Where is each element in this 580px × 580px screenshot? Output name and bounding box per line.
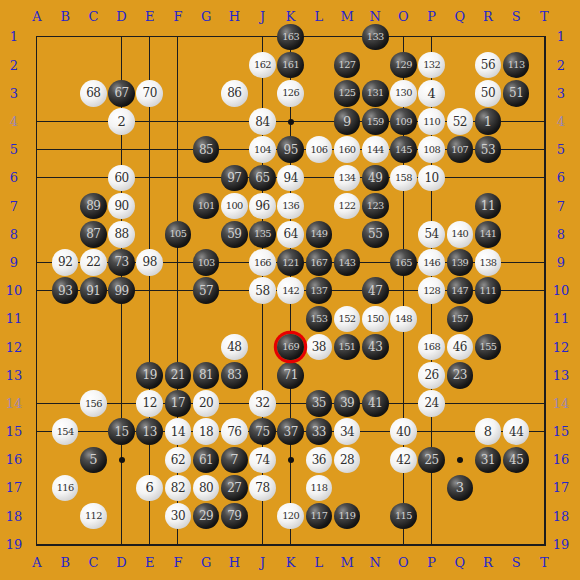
- point-C10[interactable]: 91: [79, 277, 107, 305]
- point-S8[interactable]: [502, 220, 530, 248]
- point-M8[interactable]: [333, 220, 361, 248]
- point-A10[interactable]: [23, 277, 51, 305]
- point-R19[interactable]: [474, 530, 502, 558]
- point-H4[interactable]: [220, 107, 248, 135]
- point-L18[interactable]: 117: [305, 502, 333, 530]
- point-F16[interactable]: 62: [164, 446, 192, 474]
- point-B14[interactable]: [51, 389, 79, 417]
- point-S10[interactable]: [502, 277, 530, 305]
- point-O8[interactable]: [389, 220, 417, 248]
- point-F3[interactable]: [164, 79, 192, 107]
- point-C17[interactable]: [79, 474, 107, 502]
- point-Q4[interactable]: 52: [446, 107, 474, 135]
- point-D12[interactable]: [107, 333, 135, 361]
- point-E8[interactable]: [136, 220, 164, 248]
- point-C16[interactable]: 5: [79, 446, 107, 474]
- point-F6[interactable]: [164, 164, 192, 192]
- point-M15[interactable]: 34: [333, 418, 361, 446]
- point-N6[interactable]: 49: [361, 164, 389, 192]
- point-P10[interactable]: 128: [418, 277, 446, 305]
- point-E10[interactable]: [136, 277, 164, 305]
- point-J7[interactable]: 96: [248, 192, 276, 220]
- point-J12[interactable]: [248, 333, 276, 361]
- point-E11[interactable]: [136, 305, 164, 333]
- point-R8[interactable]: 141: [474, 220, 502, 248]
- point-S16[interactable]: 45: [502, 446, 530, 474]
- point-C8[interactable]: 87: [79, 220, 107, 248]
- point-S19[interactable]: [502, 530, 530, 558]
- point-B11[interactable]: [51, 305, 79, 333]
- point-C15[interactable]: [79, 418, 107, 446]
- point-P19[interactable]: [418, 530, 446, 558]
- point-K9[interactable]: 121: [277, 248, 305, 276]
- point-B17[interactable]: 116: [51, 474, 79, 502]
- point-L1[interactable]: [305, 23, 333, 51]
- point-M4[interactable]: 9: [333, 107, 361, 135]
- point-O1[interactable]: [389, 23, 417, 51]
- point-B12[interactable]: [51, 333, 79, 361]
- point-H5[interactable]: [220, 136, 248, 164]
- point-S5[interactable]: [502, 136, 530, 164]
- point-M14[interactable]: 39: [333, 389, 361, 417]
- point-N8[interactable]: 55: [361, 220, 389, 248]
- point-R18[interactable]: [474, 502, 502, 530]
- point-A7[interactable]: [23, 192, 51, 220]
- point-G15[interactable]: 18: [192, 418, 220, 446]
- point-E2[interactable]: [136, 51, 164, 79]
- point-H7[interactable]: 100: [220, 192, 248, 220]
- point-T13[interactable]: [530, 361, 558, 389]
- point-B8[interactable]: [51, 220, 79, 248]
- point-B6[interactable]: [51, 164, 79, 192]
- point-S3[interactable]: 51: [502, 79, 530, 107]
- point-J6[interactable]: 65: [248, 164, 276, 192]
- point-B4[interactable]: [51, 107, 79, 135]
- point-D18[interactable]: [107, 502, 135, 530]
- point-P4[interactable]: 110: [418, 107, 446, 135]
- point-A1[interactable]: [23, 23, 51, 51]
- point-B9[interactable]: 92: [51, 248, 79, 276]
- point-H8[interactable]: 59: [220, 220, 248, 248]
- point-H15[interactable]: 76: [220, 418, 248, 446]
- point-J17[interactable]: 78: [248, 474, 276, 502]
- point-P14[interactable]: 24: [418, 389, 446, 417]
- point-G1[interactable]: [192, 23, 220, 51]
- point-A16[interactable]: [23, 446, 51, 474]
- point-R9[interactable]: 138: [474, 248, 502, 276]
- point-M18[interactable]: 119: [333, 502, 361, 530]
- point-F15[interactable]: 14: [164, 418, 192, 446]
- point-G10[interactable]: 57: [192, 277, 220, 305]
- point-A15[interactable]: [23, 418, 51, 446]
- point-O16[interactable]: 42: [389, 446, 417, 474]
- point-E1[interactable]: [136, 23, 164, 51]
- point-K16[interactable]: [277, 446, 305, 474]
- point-D17[interactable]: [107, 474, 135, 502]
- point-A4[interactable]: [23, 107, 51, 135]
- point-L11[interactable]: 153: [305, 305, 333, 333]
- point-Q11[interactable]: 157: [446, 305, 474, 333]
- point-A8[interactable]: [23, 220, 51, 248]
- point-K11[interactable]: [277, 305, 305, 333]
- point-N11[interactable]: 150: [361, 305, 389, 333]
- point-C5[interactable]: [79, 136, 107, 164]
- point-S6[interactable]: [502, 164, 530, 192]
- point-J5[interactable]: 104: [248, 136, 276, 164]
- point-B15[interactable]: 154: [51, 418, 79, 446]
- point-D4[interactable]: 2: [107, 107, 135, 135]
- point-F13[interactable]: 21: [164, 361, 192, 389]
- point-C1[interactable]: [79, 23, 107, 51]
- point-E17[interactable]: 6: [136, 474, 164, 502]
- point-N12[interactable]: 43: [361, 333, 389, 361]
- point-M10[interactable]: [333, 277, 361, 305]
- point-R15[interactable]: 8: [474, 418, 502, 446]
- point-A9[interactable]: [23, 248, 51, 276]
- point-G12[interactable]: [192, 333, 220, 361]
- point-B7[interactable]: [51, 192, 79, 220]
- point-J3[interactable]: [248, 79, 276, 107]
- point-R6[interactable]: [474, 164, 502, 192]
- point-R14[interactable]: [474, 389, 502, 417]
- point-A18[interactable]: [23, 502, 51, 530]
- point-C7[interactable]: 89: [79, 192, 107, 220]
- point-B2[interactable]: [51, 51, 79, 79]
- point-Q6[interactable]: [446, 164, 474, 192]
- point-A19[interactable]: [23, 530, 51, 558]
- point-P16[interactable]: 25: [418, 446, 446, 474]
- point-P7[interactable]: [418, 192, 446, 220]
- point-D13[interactable]: [107, 361, 135, 389]
- point-O14[interactable]: [389, 389, 417, 417]
- point-G7[interactable]: 101: [192, 192, 220, 220]
- point-C12[interactable]: [79, 333, 107, 361]
- point-D15[interactable]: 15: [107, 418, 135, 446]
- point-R10[interactable]: 111: [474, 277, 502, 305]
- point-D2[interactable]: [107, 51, 135, 79]
- point-B10[interactable]: 93: [51, 277, 79, 305]
- point-O4[interactable]: 109: [389, 107, 417, 135]
- point-R5[interactable]: 53: [474, 136, 502, 164]
- point-R4[interactable]: 1: [474, 107, 502, 135]
- point-H14[interactable]: [220, 389, 248, 417]
- point-D16[interactable]: [107, 446, 135, 474]
- point-C6[interactable]: [79, 164, 107, 192]
- point-E12[interactable]: [136, 333, 164, 361]
- point-G16[interactable]: 61: [192, 446, 220, 474]
- point-H18[interactable]: 79: [220, 502, 248, 530]
- point-S11[interactable]: [502, 305, 530, 333]
- point-P15[interactable]: [418, 418, 446, 446]
- point-N2[interactable]: [361, 51, 389, 79]
- point-P8[interactable]: 54: [418, 220, 446, 248]
- point-G2[interactable]: [192, 51, 220, 79]
- point-K15[interactable]: 37: [277, 418, 305, 446]
- point-T6[interactable]: [530, 164, 558, 192]
- point-S15[interactable]: 44: [502, 418, 530, 446]
- point-O7[interactable]: [389, 192, 417, 220]
- point-B13[interactable]: [51, 361, 79, 389]
- point-K14[interactable]: [277, 389, 305, 417]
- point-D8[interactable]: 88: [107, 220, 135, 248]
- point-A5[interactable]: [23, 136, 51, 164]
- point-E6[interactable]: [136, 164, 164, 192]
- point-M5[interactable]: 160: [333, 136, 361, 164]
- point-K4[interactable]: [277, 107, 305, 135]
- point-A3[interactable]: [23, 79, 51, 107]
- point-S12[interactable]: [502, 333, 530, 361]
- point-L12[interactable]: 38: [305, 333, 333, 361]
- point-Q8[interactable]: 140: [446, 220, 474, 248]
- point-G8[interactable]: [192, 220, 220, 248]
- point-D1[interactable]: [107, 23, 135, 51]
- point-S13[interactable]: [502, 361, 530, 389]
- point-K7[interactable]: 136: [277, 192, 305, 220]
- point-O6[interactable]: 158: [389, 164, 417, 192]
- point-M3[interactable]: 125: [333, 79, 361, 107]
- point-M16[interactable]: 28: [333, 446, 361, 474]
- point-N16[interactable]: [361, 446, 389, 474]
- point-G14[interactable]: 20: [192, 389, 220, 417]
- point-T1[interactable]: [530, 23, 558, 51]
- point-S4[interactable]: [502, 107, 530, 135]
- point-L7[interactable]: [305, 192, 333, 220]
- point-B16[interactable]: [51, 446, 79, 474]
- point-A13[interactable]: [23, 361, 51, 389]
- point-D3[interactable]: 67: [107, 79, 135, 107]
- point-P12[interactable]: 168: [418, 333, 446, 361]
- point-R1[interactable]: [474, 23, 502, 51]
- point-C2[interactable]: [79, 51, 107, 79]
- point-F10[interactable]: [164, 277, 192, 305]
- point-Q13[interactable]: 23: [446, 361, 474, 389]
- point-Q9[interactable]: 139: [446, 248, 474, 276]
- point-H12[interactable]: 48: [220, 333, 248, 361]
- point-E4[interactable]: [136, 107, 164, 135]
- point-R13[interactable]: [474, 361, 502, 389]
- point-P6[interactable]: 10: [418, 164, 446, 192]
- point-N15[interactable]: [361, 418, 389, 446]
- point-F7[interactable]: [164, 192, 192, 220]
- point-T10[interactable]: [530, 277, 558, 305]
- point-F8[interactable]: 105: [164, 220, 192, 248]
- point-J8[interactable]: 135: [248, 220, 276, 248]
- point-S9[interactable]: [502, 248, 530, 276]
- point-F9[interactable]: [164, 248, 192, 276]
- point-M13[interactable]: [333, 361, 361, 389]
- point-O19[interactable]: [389, 530, 417, 558]
- point-K3[interactable]: 126: [277, 79, 305, 107]
- point-Q14[interactable]: [446, 389, 474, 417]
- point-Q17[interactable]: 3: [446, 474, 474, 502]
- point-G17[interactable]: 80: [192, 474, 220, 502]
- point-H13[interactable]: 83: [220, 361, 248, 389]
- point-D9[interactable]: 73: [107, 248, 135, 276]
- point-L3[interactable]: [305, 79, 333, 107]
- point-L14[interactable]: 35: [305, 389, 333, 417]
- point-P13[interactable]: 26: [418, 361, 446, 389]
- point-R11[interactable]: [474, 305, 502, 333]
- point-M11[interactable]: 152: [333, 305, 361, 333]
- point-E13[interactable]: 19: [136, 361, 164, 389]
- point-T17[interactable]: [530, 474, 558, 502]
- point-F5[interactable]: [164, 136, 192, 164]
- point-N19[interactable]: [361, 530, 389, 558]
- point-Q3[interactable]: [446, 79, 474, 107]
- point-G13[interactable]: 81: [192, 361, 220, 389]
- point-F2[interactable]: [164, 51, 192, 79]
- point-O18[interactable]: 115: [389, 502, 417, 530]
- point-A11[interactable]: [23, 305, 51, 333]
- point-L5[interactable]: 106: [305, 136, 333, 164]
- point-F12[interactable]: [164, 333, 192, 361]
- point-T2[interactable]: [530, 51, 558, 79]
- point-N4[interactable]: 159: [361, 107, 389, 135]
- point-S17[interactable]: [502, 474, 530, 502]
- point-B19[interactable]: [51, 530, 79, 558]
- point-O13[interactable]: [389, 361, 417, 389]
- point-E3[interactable]: 70: [136, 79, 164, 107]
- point-D19[interactable]: [107, 530, 135, 558]
- point-M7[interactable]: 122: [333, 192, 361, 220]
- point-P17[interactable]: [418, 474, 446, 502]
- point-Q10[interactable]: 147: [446, 277, 474, 305]
- point-R17[interactable]: [474, 474, 502, 502]
- point-T5[interactable]: [530, 136, 558, 164]
- point-J15[interactable]: 75: [248, 418, 276, 446]
- point-Q7[interactable]: [446, 192, 474, 220]
- point-O15[interactable]: 40: [389, 418, 417, 446]
- point-E14[interactable]: 12: [136, 389, 164, 417]
- point-O2[interactable]: 129: [389, 51, 417, 79]
- point-K17[interactable]: [277, 474, 305, 502]
- point-K19[interactable]: [277, 530, 305, 558]
- point-M1[interactable]: [333, 23, 361, 51]
- point-L4[interactable]: [305, 107, 333, 135]
- point-D10[interactable]: 99: [107, 277, 135, 305]
- point-N1[interactable]: 133: [361, 23, 389, 51]
- point-R2[interactable]: 56: [474, 51, 502, 79]
- point-G5[interactable]: 85: [192, 136, 220, 164]
- point-P18[interactable]: [418, 502, 446, 530]
- point-G4[interactable]: [192, 107, 220, 135]
- point-T15[interactable]: [530, 418, 558, 446]
- point-O12[interactable]: [389, 333, 417, 361]
- point-J4[interactable]: 84: [248, 107, 276, 135]
- point-H19[interactable]: [220, 530, 248, 558]
- point-H3[interactable]: 86: [220, 79, 248, 107]
- point-C9[interactable]: 22: [79, 248, 107, 276]
- point-T8[interactable]: [530, 220, 558, 248]
- point-T11[interactable]: [530, 305, 558, 333]
- point-C18[interactable]: 112: [79, 502, 107, 530]
- point-R12[interactable]: 155: [474, 333, 502, 361]
- point-J11[interactable]: [248, 305, 276, 333]
- point-T3[interactable]: [530, 79, 558, 107]
- point-D7[interactable]: 90: [107, 192, 135, 220]
- point-R7[interactable]: 11: [474, 192, 502, 220]
- point-K2[interactable]: 161: [277, 51, 305, 79]
- point-S7[interactable]: [502, 192, 530, 220]
- point-L6[interactable]: [305, 164, 333, 192]
- point-K12[interactable]: 169: [277, 333, 305, 361]
- point-K18[interactable]: 120: [277, 502, 305, 530]
- point-B3[interactable]: [51, 79, 79, 107]
- point-L16[interactable]: 36: [305, 446, 333, 474]
- point-O17[interactable]: [389, 474, 417, 502]
- point-Q15[interactable]: [446, 418, 474, 446]
- point-T9[interactable]: [530, 248, 558, 276]
- point-A17[interactable]: [23, 474, 51, 502]
- point-F4[interactable]: [164, 107, 192, 135]
- point-F14[interactable]: 17: [164, 389, 192, 417]
- point-E15[interactable]: 13: [136, 418, 164, 446]
- point-A2[interactable]: [23, 51, 51, 79]
- point-Q19[interactable]: [446, 530, 474, 558]
- point-F18[interactable]: 30: [164, 502, 192, 530]
- point-F11[interactable]: [164, 305, 192, 333]
- point-N10[interactable]: 47: [361, 277, 389, 305]
- point-C13[interactable]: [79, 361, 107, 389]
- point-G6[interactable]: [192, 164, 220, 192]
- point-E7[interactable]: [136, 192, 164, 220]
- point-J16[interactable]: 74: [248, 446, 276, 474]
- point-H11[interactable]: [220, 305, 248, 333]
- point-G9[interactable]: 103: [192, 248, 220, 276]
- point-E9[interactable]: 98: [136, 248, 164, 276]
- point-G11[interactable]: [192, 305, 220, 333]
- point-K13[interactable]: 71: [277, 361, 305, 389]
- point-L15[interactable]: 33: [305, 418, 333, 446]
- point-J1[interactable]: [248, 23, 276, 51]
- point-E19[interactable]: [136, 530, 164, 558]
- point-C14[interactable]: 156: [79, 389, 107, 417]
- point-Q16[interactable]: [446, 446, 474, 474]
- point-T7[interactable]: [530, 192, 558, 220]
- point-K10[interactable]: 142: [277, 277, 305, 305]
- point-Q12[interactable]: 46: [446, 333, 474, 361]
- point-J2[interactable]: 162: [248, 51, 276, 79]
- point-A6[interactable]: [23, 164, 51, 192]
- point-N18[interactable]: [361, 502, 389, 530]
- point-R3[interactable]: 50: [474, 79, 502, 107]
- point-Q5[interactable]: 107: [446, 136, 474, 164]
- point-B1[interactable]: [51, 23, 79, 51]
- point-S2[interactable]: 113: [502, 51, 530, 79]
- point-N7[interactable]: 123: [361, 192, 389, 220]
- point-O5[interactable]: 145: [389, 136, 417, 164]
- point-M17[interactable]: [333, 474, 361, 502]
- point-N3[interactable]: 131: [361, 79, 389, 107]
- point-O11[interactable]: 148: [389, 305, 417, 333]
- point-H2[interactable]: [220, 51, 248, 79]
- point-T12[interactable]: [530, 333, 558, 361]
- point-B18[interactable]: [51, 502, 79, 530]
- point-N9[interactable]: [361, 248, 389, 276]
- point-K1[interactable]: 163: [277, 23, 305, 51]
- point-M9[interactable]: 143: [333, 248, 361, 276]
- point-J18[interactable]: [248, 502, 276, 530]
- point-J10[interactable]: 58: [248, 277, 276, 305]
- point-D11[interactable]: [107, 305, 135, 333]
- point-L8[interactable]: 149: [305, 220, 333, 248]
- point-E5[interactable]: [136, 136, 164, 164]
- point-P9[interactable]: 146: [418, 248, 446, 276]
- point-T4[interactable]: [530, 107, 558, 135]
- point-O3[interactable]: 130: [389, 79, 417, 107]
- point-J13[interactable]: [248, 361, 276, 389]
- point-H1[interactable]: [220, 23, 248, 51]
